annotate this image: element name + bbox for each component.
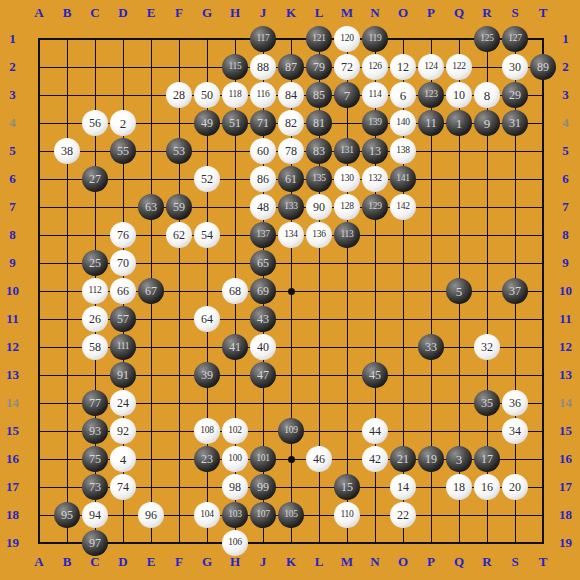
intersection-E4[interactable] [137, 109, 165, 137]
black-stone-move-39[interactable]: 39 [194, 362, 220, 388]
white-stone-move-88[interactable]: 88 [250, 54, 276, 80]
intersection-J10[interactable]: 69 [249, 277, 277, 305]
intersection-N2[interactable]: 126 [361, 53, 389, 81]
intersection-M11[interactable] [333, 305, 361, 333]
intersection-H5[interactable] [221, 137, 249, 165]
black-stone-move-53[interactable]: 53 [166, 138, 192, 164]
intersection-B11[interactable] [53, 305, 81, 333]
intersection-K5[interactable]: 78 [277, 137, 305, 165]
intersection-S9[interactable] [501, 249, 529, 277]
intersection-Q4[interactable]: 1 [445, 109, 473, 137]
intersection-E2[interactable] [137, 53, 165, 81]
intersection-F19[interactable] [165, 529, 193, 557]
intersection-N9[interactable] [361, 249, 389, 277]
intersection-T12[interactable] [529, 333, 557, 361]
white-stone-move-10[interactable]: 10 [446, 82, 472, 108]
intersection-K7[interactable]: 133 [277, 193, 305, 221]
white-stone-move-76[interactable]: 76 [110, 222, 136, 248]
intersection-F16[interactable] [165, 445, 193, 473]
intersection-F2[interactable] [165, 53, 193, 81]
black-stone-move-107[interactable]: 107 [250, 502, 276, 528]
black-stone-move-129[interactable]: 129 [362, 194, 388, 220]
intersection-H6[interactable] [221, 165, 249, 193]
intersection-J1[interactable]: 117 [249, 25, 277, 53]
intersection-Q12[interactable] [445, 333, 473, 361]
intersection-M19[interactable] [333, 529, 361, 557]
intersection-H2[interactable]: 115 [221, 53, 249, 81]
white-stone-move-86[interactable]: 86 [250, 166, 276, 192]
black-stone-move-23[interactable]: 23 [194, 446, 220, 472]
intersection-S11[interactable] [501, 305, 529, 333]
intersection-E6[interactable] [137, 165, 165, 193]
intersection-C11[interactable]: 26 [81, 305, 109, 333]
black-stone-move-83[interactable]: 83 [306, 138, 332, 164]
black-stone-move-123[interactable]: 123 [418, 82, 444, 108]
intersection-K1[interactable] [277, 25, 305, 53]
intersection-L14[interactable] [305, 389, 333, 417]
intersection-L7[interactable]: 90 [305, 193, 333, 221]
intersection-F14[interactable] [165, 389, 193, 417]
black-stone-move-51[interactable]: 51 [222, 110, 248, 136]
intersection-O17[interactable]: 14 [389, 473, 417, 501]
intersection-L11[interactable] [305, 305, 333, 333]
intersection-C1[interactable] [81, 25, 109, 53]
intersection-Q15[interactable] [445, 417, 473, 445]
intersection-D12[interactable]: 111 [109, 333, 137, 361]
white-stone-move-40[interactable]: 40 [250, 334, 276, 360]
intersection-B19[interactable] [53, 529, 81, 557]
intersection-T1[interactable] [529, 25, 557, 53]
black-stone-move-43[interactable]: 43 [250, 306, 276, 332]
intersection-K2[interactable]: 87 [277, 53, 305, 81]
intersection-E5[interactable] [137, 137, 165, 165]
intersection-M7[interactable]: 128 [333, 193, 361, 221]
intersection-F15[interactable] [165, 417, 193, 445]
intersection-T13[interactable] [529, 361, 557, 389]
intersection-N15[interactable]: 44 [361, 417, 389, 445]
intersection-O8[interactable] [389, 221, 417, 249]
intersection-F13[interactable] [165, 361, 193, 389]
black-stone-move-55[interactable]: 55 [110, 138, 136, 164]
white-stone-move-62[interactable]: 62 [166, 222, 192, 248]
black-stone-move-89[interactable]: 89 [530, 54, 556, 80]
white-stone-move-132[interactable]: 132 [362, 166, 388, 192]
black-stone-move-121[interactable]: 121 [306, 26, 332, 52]
white-stone-move-18[interactable]: 18 [446, 474, 472, 500]
intersection-S1[interactable]: 127 [501, 25, 529, 53]
intersection-R9[interactable] [473, 249, 501, 277]
intersection-P1[interactable] [417, 25, 445, 53]
intersection-N14[interactable] [361, 389, 389, 417]
intersection-T19[interactable] [529, 529, 557, 557]
intersection-P13[interactable] [417, 361, 445, 389]
intersection-R11[interactable] [473, 305, 501, 333]
intersection-K17[interactable] [277, 473, 305, 501]
intersection-B13[interactable] [53, 361, 81, 389]
intersection-D15[interactable]: 92 [109, 417, 137, 445]
black-stone-move-31[interactable]: 31 [502, 110, 528, 136]
white-stone-move-14[interactable]: 14 [390, 474, 416, 500]
black-stone-move-11[interactable]: 11 [418, 110, 444, 136]
intersection-S10[interactable]: 37 [501, 277, 529, 305]
white-stone-move-54[interactable]: 54 [194, 222, 220, 248]
intersection-S17[interactable]: 20 [501, 473, 529, 501]
intersection-E17[interactable] [137, 473, 165, 501]
intersection-J2[interactable]: 88 [249, 53, 277, 81]
white-stone-move-82[interactable]: 82 [278, 110, 304, 136]
intersection-A13[interactable] [25, 361, 53, 389]
black-stone-move-1[interactable]: 1 [446, 110, 472, 136]
white-stone-move-104[interactable]: 104 [194, 502, 220, 528]
intersection-A2[interactable] [25, 53, 53, 81]
intersection-O9[interactable] [389, 249, 417, 277]
intersection-N17[interactable] [361, 473, 389, 501]
intersection-Q16[interactable]: 3 [445, 445, 473, 473]
intersection-M15[interactable] [333, 417, 361, 445]
intersection-G15[interactable]: 108 [193, 417, 221, 445]
white-stone-move-136[interactable]: 136 [306, 222, 332, 248]
intersection-J19[interactable] [249, 529, 277, 557]
intersection-A18[interactable] [25, 501, 53, 529]
intersection-L1[interactable]: 121 [305, 25, 333, 53]
intersection-Q2[interactable]: 122 [445, 53, 473, 81]
intersection-O13[interactable] [389, 361, 417, 389]
intersection-O18[interactable]: 22 [389, 501, 417, 529]
intersection-K4[interactable]: 82 [277, 109, 305, 137]
intersection-O14[interactable] [389, 389, 417, 417]
intersection-L3[interactable]: 85 [305, 81, 333, 109]
white-stone-move-96[interactable]: 96 [138, 502, 164, 528]
white-stone-move-102[interactable]: 102 [222, 418, 248, 444]
intersection-E9[interactable] [137, 249, 165, 277]
black-stone-move-5[interactable]: 5 [446, 278, 472, 304]
white-stone-move-112[interactable]: 112 [82, 278, 108, 304]
white-stone-move-50[interactable]: 50 [194, 82, 220, 108]
black-stone-move-19[interactable]: 19 [418, 446, 444, 472]
intersection-G17[interactable] [193, 473, 221, 501]
intersection-H4[interactable]: 51 [221, 109, 249, 137]
intersection-G18[interactable]: 104 [193, 501, 221, 529]
intersection-R2[interactable] [473, 53, 501, 81]
intersection-J7[interactable]: 48 [249, 193, 277, 221]
intersection-F4[interactable] [165, 109, 193, 137]
intersection-G8[interactable]: 54 [193, 221, 221, 249]
intersection-N8[interactable] [361, 221, 389, 249]
black-stone-move-119[interactable]: 119 [362, 26, 388, 52]
intersection-T17[interactable] [529, 473, 557, 501]
intersection-K16[interactable] [277, 445, 305, 473]
intersection-J4[interactable]: 71 [249, 109, 277, 137]
black-stone-move-21[interactable]: 21 [390, 446, 416, 472]
intersection-S7[interactable] [501, 193, 529, 221]
white-stone-move-38[interactable]: 38 [54, 138, 80, 164]
intersection-N3[interactable]: 114 [361, 81, 389, 109]
black-stone-move-7[interactable]: 7 [334, 82, 360, 108]
black-stone-move-109[interactable]: 109 [278, 418, 304, 444]
intersection-P9[interactable] [417, 249, 445, 277]
intersection-R7[interactable] [473, 193, 501, 221]
black-stone-move-75[interactable]: 75 [82, 446, 108, 472]
intersection-M1[interactable]: 120 [333, 25, 361, 53]
intersection-L15[interactable] [305, 417, 333, 445]
intersection-P17[interactable] [417, 473, 445, 501]
black-stone-move-141[interactable]: 141 [390, 166, 416, 192]
intersection-N13[interactable]: 45 [361, 361, 389, 389]
intersection-P15[interactable] [417, 417, 445, 445]
black-stone-move-61[interactable]: 61 [278, 166, 304, 192]
intersection-R18[interactable] [473, 501, 501, 529]
intersection-T2[interactable]: 89 [529, 53, 557, 81]
intersection-C15[interactable]: 93 [81, 417, 109, 445]
black-stone-move-69[interactable]: 69 [250, 278, 276, 304]
white-stone-move-118[interactable]: 118 [222, 82, 248, 108]
intersection-J5[interactable]: 60 [249, 137, 277, 165]
black-stone-move-127[interactable]: 127 [502, 26, 528, 52]
intersection-O10[interactable] [389, 277, 417, 305]
intersection-Q5[interactable] [445, 137, 473, 165]
intersection-R13[interactable] [473, 361, 501, 389]
intersection-N5[interactable]: 13 [361, 137, 389, 165]
intersection-L5[interactable]: 83 [305, 137, 333, 165]
intersection-D1[interactable] [109, 25, 137, 53]
black-stone-move-37[interactable]: 37 [502, 278, 528, 304]
intersection-D19[interactable] [109, 529, 137, 557]
intersection-A17[interactable] [25, 473, 53, 501]
intersection-E1[interactable] [137, 25, 165, 53]
intersection-E14[interactable] [137, 389, 165, 417]
intersection-R8[interactable] [473, 221, 501, 249]
intersection-A16[interactable] [25, 445, 53, 473]
black-stone-move-133[interactable]: 133 [278, 194, 304, 220]
intersection-H8[interactable] [221, 221, 249, 249]
intersection-D3[interactable] [109, 81, 137, 109]
intersection-T7[interactable] [529, 193, 557, 221]
intersection-Q18[interactable] [445, 501, 473, 529]
intersection-G4[interactable]: 49 [193, 109, 221, 137]
intersection-K9[interactable] [277, 249, 305, 277]
intersection-G10[interactable] [193, 277, 221, 305]
intersection-C7[interactable] [81, 193, 109, 221]
intersection-J13[interactable]: 47 [249, 361, 277, 389]
intersection-R15[interactable] [473, 417, 501, 445]
intersection-M5[interactable]: 131 [333, 137, 361, 165]
black-stone-move-111[interactable]: 111 [110, 334, 136, 360]
intersection-D7[interactable] [109, 193, 137, 221]
white-stone-move-138[interactable]: 138 [390, 138, 416, 164]
intersection-T3[interactable] [529, 81, 557, 109]
intersection-N18[interactable] [361, 501, 389, 529]
intersection-S3[interactable]: 29 [501, 81, 529, 109]
intersection-K10[interactable] [277, 277, 305, 305]
intersection-B18[interactable]: 95 [53, 501, 81, 529]
intersection-P11[interactable] [417, 305, 445, 333]
intersection-R6[interactable] [473, 165, 501, 193]
intersection-A5[interactable] [25, 137, 53, 165]
intersection-O7[interactable]: 142 [389, 193, 417, 221]
black-stone-move-3[interactable]: 3 [446, 446, 472, 472]
intersection-P12[interactable]: 33 [417, 333, 445, 361]
intersection-O12[interactable] [389, 333, 417, 361]
intersection-J15[interactable] [249, 417, 277, 445]
intersection-F12[interactable] [165, 333, 193, 361]
intersection-R19[interactable] [473, 529, 501, 557]
intersection-H19[interactable]: 106 [221, 529, 249, 557]
intersection-D4[interactable]: 2 [109, 109, 137, 137]
intersection-G6[interactable]: 52 [193, 165, 221, 193]
black-stone-move-59[interactable]: 59 [166, 194, 192, 220]
intersection-H7[interactable] [221, 193, 249, 221]
white-stone-move-128[interactable]: 128 [334, 194, 360, 220]
intersection-F3[interactable]: 28 [165, 81, 193, 109]
intersection-K15[interactable]: 109 [277, 417, 305, 445]
intersection-L9[interactable] [305, 249, 333, 277]
intersection-E8[interactable] [137, 221, 165, 249]
intersection-T16[interactable] [529, 445, 557, 473]
black-stone-move-73[interactable]: 73 [82, 474, 108, 500]
intersection-J11[interactable]: 43 [249, 305, 277, 333]
intersection-C9[interactable]: 25 [81, 249, 109, 277]
intersection-Q1[interactable] [445, 25, 473, 53]
intersection-M16[interactable] [333, 445, 361, 473]
intersection-G5[interactable] [193, 137, 221, 165]
intersection-B16[interactable] [53, 445, 81, 473]
intersection-D14[interactable]: 24 [109, 389, 137, 417]
black-stone-move-63[interactable]: 63 [138, 194, 164, 220]
intersection-G9[interactable] [193, 249, 221, 277]
white-stone-move-90[interactable]: 90 [306, 194, 332, 220]
intersection-H12[interactable]: 41 [221, 333, 249, 361]
intersection-E10[interactable]: 67 [137, 277, 165, 305]
intersection-M13[interactable] [333, 361, 361, 389]
intersection-D10[interactable]: 66 [109, 277, 137, 305]
intersection-G3[interactable]: 50 [193, 81, 221, 109]
intersection-L16[interactable]: 46 [305, 445, 333, 473]
intersection-A8[interactable] [25, 221, 53, 249]
white-stone-move-60[interactable]: 60 [250, 138, 276, 164]
white-stone-move-124[interactable]: 124 [418, 54, 444, 80]
intersection-A3[interactable] [25, 81, 53, 109]
black-stone-move-25[interactable]: 25 [82, 250, 108, 276]
intersection-S12[interactable] [501, 333, 529, 361]
intersection-A9[interactable] [25, 249, 53, 277]
white-stone-move-92[interactable]: 92 [110, 418, 136, 444]
intersection-F7[interactable]: 59 [165, 193, 193, 221]
intersection-M2[interactable]: 72 [333, 53, 361, 81]
black-stone-move-79[interactable]: 79 [306, 54, 332, 80]
intersection-C3[interactable] [81, 81, 109, 109]
intersection-Q8[interactable] [445, 221, 473, 249]
intersection-H17[interactable]: 98 [221, 473, 249, 501]
intersection-J17[interactable]: 99 [249, 473, 277, 501]
white-stone-move-26[interactable]: 26 [82, 306, 108, 332]
intersection-H11[interactable] [221, 305, 249, 333]
intersection-H10[interactable]: 68 [221, 277, 249, 305]
white-stone-move-46[interactable]: 46 [306, 446, 332, 472]
intersection-G19[interactable] [193, 529, 221, 557]
intersection-P8[interactable] [417, 221, 445, 249]
intersection-Q7[interactable] [445, 193, 473, 221]
intersection-S16[interactable] [501, 445, 529, 473]
intersection-B7[interactable] [53, 193, 81, 221]
black-stone-move-13[interactable]: 13 [362, 138, 388, 164]
intersection-H18[interactable]: 103 [221, 501, 249, 529]
intersection-H13[interactable] [221, 361, 249, 389]
white-stone-move-130[interactable]: 130 [334, 166, 360, 192]
intersection-M6[interactable]: 130 [333, 165, 361, 193]
black-stone-move-47[interactable]: 47 [250, 362, 276, 388]
black-stone-move-115[interactable]: 115 [222, 54, 248, 80]
intersection-E19[interactable] [137, 529, 165, 557]
white-stone-move-140[interactable]: 140 [390, 110, 416, 136]
intersection-L2[interactable]: 79 [305, 53, 333, 81]
intersection-B17[interactable] [53, 473, 81, 501]
intersection-J8[interactable]: 137 [249, 221, 277, 249]
intersection-S4[interactable]: 31 [501, 109, 529, 137]
black-stone-move-139[interactable]: 139 [362, 110, 388, 136]
intersection-E7[interactable]: 63 [137, 193, 165, 221]
intersection-E12[interactable] [137, 333, 165, 361]
intersection-S15[interactable]: 34 [501, 417, 529, 445]
intersection-R17[interactable]: 16 [473, 473, 501, 501]
intersection-A19[interactable] [25, 529, 53, 557]
intersection-O6[interactable]: 141 [389, 165, 417, 193]
intersection-J14[interactable] [249, 389, 277, 417]
black-stone-move-33[interactable]: 33 [418, 334, 444, 360]
intersection-M3[interactable]: 7 [333, 81, 361, 109]
intersection-J12[interactable]: 40 [249, 333, 277, 361]
intersection-O4[interactable]: 140 [389, 109, 417, 137]
intersection-N6[interactable]: 132 [361, 165, 389, 193]
intersection-H16[interactable]: 100 [221, 445, 249, 473]
intersection-O11[interactable] [389, 305, 417, 333]
intersection-J6[interactable]: 86 [249, 165, 277, 193]
white-stone-move-52[interactable]: 52 [194, 166, 220, 192]
white-stone-move-64[interactable]: 64 [194, 306, 220, 332]
intersection-P7[interactable] [417, 193, 445, 221]
intersection-K19[interactable] [277, 529, 305, 557]
intersection-C6[interactable]: 27 [81, 165, 109, 193]
black-stone-move-77[interactable]: 77 [82, 390, 108, 416]
black-stone-move-45[interactable]: 45 [362, 362, 388, 388]
black-stone-move-105[interactable]: 105 [278, 502, 304, 528]
black-stone-move-91[interactable]: 91 [110, 362, 136, 388]
intersection-Q3[interactable]: 10 [445, 81, 473, 109]
intersection-M17[interactable]: 15 [333, 473, 361, 501]
intersection-C17[interactable]: 73 [81, 473, 109, 501]
white-stone-move-84[interactable]: 84 [278, 82, 304, 108]
intersection-K6[interactable]: 61 [277, 165, 305, 193]
black-stone-move-101[interactable]: 101 [250, 446, 276, 472]
black-stone-move-17[interactable]: 17 [474, 446, 500, 472]
black-stone-move-29[interactable]: 29 [502, 82, 528, 108]
intersection-E3[interactable] [137, 81, 165, 109]
black-stone-move-9[interactable]: 9 [474, 110, 500, 136]
intersection-R1[interactable]: 125 [473, 25, 501, 53]
black-stone-move-15[interactable]: 15 [334, 474, 360, 500]
black-stone-move-117[interactable]: 117 [250, 26, 276, 52]
white-stone-move-70[interactable]: 70 [110, 250, 136, 276]
intersection-F1[interactable] [165, 25, 193, 53]
white-stone-move-22[interactable]: 22 [390, 502, 416, 528]
intersection-B8[interactable] [53, 221, 81, 249]
intersection-L4[interactable]: 81 [305, 109, 333, 137]
white-stone-move-30[interactable]: 30 [502, 54, 528, 80]
intersection-G2[interactable] [193, 53, 221, 81]
white-stone-move-122[interactable]: 122 [446, 54, 472, 80]
white-stone-move-24[interactable]: 24 [110, 390, 136, 416]
white-stone-move-28[interactable]: 28 [166, 82, 192, 108]
intersection-T15[interactable] [529, 417, 557, 445]
